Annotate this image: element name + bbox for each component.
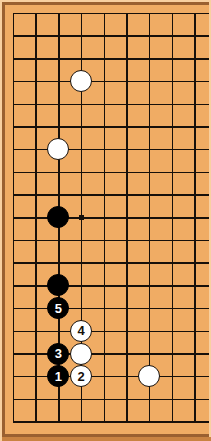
grid-line-horizontal: [13, 58, 211, 60]
grid-line-horizontal: [13, 217, 211, 219]
stone-black-c4: 3: [47, 343, 69, 365]
grid-line-horizontal: [13, 13, 211, 15]
grid-line-horizontal: [13, 104, 211, 106]
grid-line-vertical: [172, 13, 174, 423]
board-bevel-highlight-left: [0, 0, 2, 441]
grid-line-vertical: [104, 13, 106, 423]
move-number-label: 5: [55, 302, 62, 315]
stone-white-d5: 4: [70, 320, 92, 342]
go-board: 12345: [0, 0, 211, 441]
stone-black-c10: [47, 206, 69, 228]
grid-line-vertical: [35, 13, 37, 423]
move-number-label: 4: [77, 324, 84, 337]
board-frame-top: [2, 2, 211, 5]
grid-line-horizontal: [13, 376, 211, 378]
stone-white-d4: [70, 343, 92, 365]
stone-white-c13: [47, 138, 69, 160]
stone-black-c6: 5: [47, 297, 69, 319]
grid-line-horizontal: [13, 421, 211, 423]
grid-line-horizontal: [13, 399, 211, 401]
grid-line-vertical: [126, 13, 128, 423]
move-number-label: 1: [55, 370, 62, 383]
board-bevel-highlight-top: [0, 0, 211, 2]
move-number-label: 3: [55, 347, 62, 360]
stone-white-d3: 2: [70, 365, 92, 387]
grid-line-horizontal: [13, 353, 211, 355]
board-frame-bottom: [2, 434, 211, 437]
grid-line-horizontal: [13, 194, 211, 196]
move-number-label: 2: [77, 370, 84, 383]
grid-line-horizontal: [13, 81, 211, 83]
grid-line-horizontal: [13, 331, 211, 333]
board-bevel-shadow-bottom: [0, 437, 211, 441]
board-bevel-highlight-right: [209, 0, 211, 437]
stone-black-c3: 1: [47, 365, 69, 387]
grid-line-horizontal: [13, 149, 211, 151]
stone-white-g3: [138, 365, 160, 387]
grid-line-horizontal: [13, 126, 211, 128]
board-frame-left: [2, 2, 5, 437]
go-diagram: 12345: [0, 0, 211, 441]
grid-line-vertical: [13, 13, 15, 423]
stone-white-d16: [70, 70, 92, 92]
grid-line-horizontal: [13, 285, 211, 287]
grid-line-horizontal: [13, 262, 211, 264]
grid-line-vertical: [194, 13, 196, 423]
star-point-d10: [79, 215, 84, 220]
grid-line-horizontal: [13, 308, 211, 310]
stone-black-c7: [47, 274, 69, 296]
grid-line-horizontal: [13, 35, 211, 37]
grid-line-horizontal: [13, 172, 211, 174]
grid-line-horizontal: [13, 240, 211, 242]
grid-line-vertical: [149, 13, 151, 423]
